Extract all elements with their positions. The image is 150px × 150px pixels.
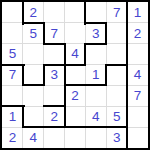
- cell-r3c6[interactable]: 4: [127, 65, 148, 86]
- given-digit: 3: [50, 68, 58, 82]
- cell-r2c5[interactable]: [106, 44, 127, 65]
- cell-r1c1[interactable]: 5: [23, 23, 44, 44]
- given-digit: 7: [113, 6, 121, 20]
- cell-r5c4[interactable]: 4: [85, 106, 106, 127]
- cell-r0c5[interactable]: 7: [106, 2, 127, 23]
- cell-r5c1[interactable]: [23, 106, 44, 127]
- cell-r1c2[interactable]: 7: [44, 23, 65, 44]
- cell-r2c3[interactable]: 4: [65, 44, 86, 65]
- cell-r3c0[interactable]: 7: [2, 65, 23, 86]
- cell-r1c6[interactable]: 2: [127, 23, 148, 44]
- given-digit: 2: [30, 6, 38, 20]
- cell-r2c1[interactable]: [23, 44, 44, 65]
- jigsaw-sudoku-board: 2715732547314271245243: [0, 0, 150, 150]
- cell-r1c5[interactable]: [106, 23, 127, 44]
- cell-r6c1[interactable]: 4: [23, 127, 44, 148]
- given-digit: 1: [92, 68, 100, 82]
- given-digit: 4: [71, 47, 79, 61]
- cell-r6c4[interactable]: [85, 127, 106, 148]
- cell-r5c2[interactable]: 2: [44, 106, 65, 127]
- given-digit: 7: [9, 68, 17, 82]
- cell-r3c1[interactable]: [23, 65, 44, 86]
- cell-r0c0[interactable]: [2, 2, 23, 23]
- cell-r0c3[interactable]: [65, 2, 86, 23]
- given-digit: 2: [71, 89, 79, 103]
- cell-r5c3[interactable]: [65, 106, 86, 127]
- cell-r4c1[interactable]: [23, 85, 44, 106]
- given-digit: 5: [113, 110, 121, 124]
- cell-r6c0[interactable]: 2: [2, 127, 23, 148]
- given-digit: 3: [113, 131, 121, 145]
- given-digit: 2: [9, 131, 17, 145]
- given-digit: 3: [92, 27, 100, 41]
- cell-r6c3[interactable]: [65, 127, 86, 148]
- cell-r4c2[interactable]: [44, 85, 65, 106]
- given-digit: 1: [134, 6, 142, 20]
- cell-r5c5[interactable]: 5: [106, 106, 127, 127]
- cell-r0c1[interactable]: 2: [23, 2, 44, 23]
- cell-r2c4[interactable]: [85, 44, 106, 65]
- given-digit: 4: [134, 68, 142, 82]
- given-digit: 4: [30, 131, 38, 145]
- cell-r2c6[interactable]: [127, 44, 148, 65]
- cell-r4c4[interactable]: [85, 85, 106, 106]
- cell-r0c6[interactable]: 1: [127, 2, 148, 23]
- cell-r6c6[interactable]: [127, 127, 148, 148]
- given-digit: 1: [9, 110, 17, 124]
- cell-r0c4[interactable]: [85, 2, 106, 23]
- given-digit: 5: [30, 27, 38, 41]
- cell-r0c2[interactable]: [44, 2, 65, 23]
- cell-r4c3[interactable]: 2: [65, 85, 86, 106]
- cell-r3c3[interactable]: [65, 65, 86, 86]
- cell-r6c5[interactable]: 3: [106, 127, 127, 148]
- given-digit: 2: [134, 27, 142, 41]
- cell-r1c4[interactable]: 3: [85, 23, 106, 44]
- cell-r4c5[interactable]: [106, 85, 127, 106]
- cell-r2c2[interactable]: [44, 44, 65, 65]
- cell-r4c0[interactable]: [2, 85, 23, 106]
- cell-r3c2[interactable]: 3: [44, 65, 65, 86]
- cell-r4c6[interactable]: 7: [127, 85, 148, 106]
- given-digit: 7: [134, 89, 142, 103]
- cell-r3c5[interactable]: [106, 65, 127, 86]
- cell-r1c0[interactable]: [2, 23, 23, 44]
- given-digit: 5: [9, 47, 17, 61]
- cell-r3c4[interactable]: 1: [85, 65, 106, 86]
- cell-r6c2[interactable]: [44, 127, 65, 148]
- cell-r1c3[interactable]: [65, 23, 86, 44]
- cell-r2c0[interactable]: 5: [2, 44, 23, 65]
- cell-r5c0[interactable]: 1: [2, 106, 23, 127]
- cell-r5c6[interactable]: [127, 106, 148, 127]
- given-digit: 4: [92, 110, 100, 124]
- given-digit: 7: [50, 27, 58, 41]
- given-digit: 2: [50, 110, 58, 124]
